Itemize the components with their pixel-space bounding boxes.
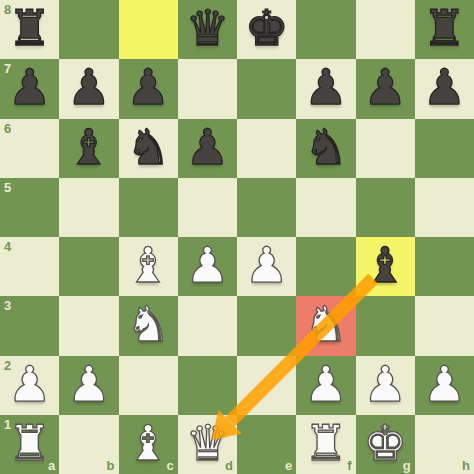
square-h4[interactable] (415, 237, 474, 296)
square-a2[interactable]: 2♟ (0, 356, 59, 415)
square-e3[interactable] (237, 296, 296, 355)
square-e1[interactable]: e (237, 415, 296, 474)
square-h3[interactable] (415, 296, 474, 355)
square-c5[interactable] (119, 178, 178, 237)
square-b1[interactable]: b (59, 415, 118, 474)
square-g7[interactable]: ♟ (356, 59, 415, 118)
square-c6[interactable]: ♞ (119, 119, 178, 178)
square-a3[interactable]: 3 (0, 296, 59, 355)
black-pawn-a7[interactable]: ♟ (8, 63, 52, 112)
white-knight-c3[interactable]: ♞ (126, 300, 170, 349)
square-d6[interactable]: ♟ (178, 119, 237, 178)
square-a5[interactable]: 5 (0, 178, 59, 237)
square-d1[interactable]: d♛ (178, 415, 237, 474)
square-a6[interactable]: 6 (0, 119, 59, 178)
square-f6[interactable]: ♞ (296, 119, 355, 178)
square-g5[interactable] (356, 178, 415, 237)
white-pawn-b2[interactable]: ♟ (67, 360, 111, 409)
square-g6[interactable] (356, 119, 415, 178)
white-pawn-g2[interactable]: ♟ (363, 360, 407, 409)
white-queen-d1[interactable]: ♛ (185, 419, 229, 468)
black-pawn-h7[interactable]: ♟ (422, 63, 466, 112)
black-rook-h8[interactable]: ♜ (422, 4, 466, 53)
white-bishop-c1[interactable]: ♝ (126, 419, 170, 468)
square-h2[interactable]: ♟ (415, 356, 474, 415)
square-e6[interactable] (237, 119, 296, 178)
white-pawn-f2[interactable]: ♟ (304, 360, 348, 409)
square-b5[interactable] (59, 178, 118, 237)
black-pawn-b7[interactable]: ♟ (67, 63, 111, 112)
square-c4[interactable]: ♝ (119, 237, 178, 296)
square-f4[interactable] (296, 237, 355, 296)
white-king-g1[interactable]: ♚ (363, 419, 407, 468)
square-g8[interactable] (356, 0, 415, 59)
square-g4[interactable]: ♝ (356, 237, 415, 296)
square-h6[interactable] (415, 119, 474, 178)
black-pawn-g7[interactable]: ♟ (363, 63, 407, 112)
square-e4[interactable]: ♟ (237, 237, 296, 296)
square-c2[interactable] (119, 356, 178, 415)
square-b2[interactable]: ♟ (59, 356, 118, 415)
square-d5[interactable] (178, 178, 237, 237)
white-pawn-h2[interactable]: ♟ (422, 360, 466, 409)
square-e2[interactable] (237, 356, 296, 415)
white-knight-f3[interactable]: ♞ (304, 300, 348, 349)
chess-board: 8♜♛♚♜7♟♟♟♟♟♟6♝♞♟♞54♝♟♟♝3♞♞2♟♟♟♟♟1a♜bc♝d♛… (0, 0, 474, 474)
square-f3[interactable]: ♞ (296, 296, 355, 355)
square-c8[interactable] (119, 0, 178, 59)
square-b4[interactable] (59, 237, 118, 296)
square-b7[interactable]: ♟ (59, 59, 118, 118)
file-label-b: b (107, 458, 115, 473)
black-pawn-d6[interactable]: ♟ (185, 123, 229, 172)
square-e7[interactable] (237, 59, 296, 118)
black-pawn-f7[interactable]: ♟ (304, 63, 348, 112)
square-b6[interactable]: ♝ (59, 119, 118, 178)
square-h7[interactable]: ♟ (415, 59, 474, 118)
white-pawn-d4[interactable]: ♟ (185, 241, 229, 290)
white-bishop-c4[interactable]: ♝ (126, 241, 170, 290)
square-f1[interactable]: f♜ (296, 415, 355, 474)
square-g3[interactable] (356, 296, 415, 355)
square-a8[interactable]: 8♜ (0, 0, 59, 59)
white-rook-a1[interactable]: ♜ (8, 419, 52, 468)
black-bishop-b6[interactable]: ♝ (67, 123, 111, 172)
black-bishop-g4[interactable]: ♝ (363, 241, 407, 290)
rank-label-3: 3 (4, 298, 11, 313)
square-e5[interactable] (237, 178, 296, 237)
rank-label-4: 4 (4, 239, 11, 254)
square-b3[interactable] (59, 296, 118, 355)
white-pawn-a2[interactable]: ♟ (8, 360, 52, 409)
square-d8[interactable]: ♛ (178, 0, 237, 59)
square-b8[interactable] (59, 0, 118, 59)
square-d2[interactable] (178, 356, 237, 415)
black-pawn-c7[interactable]: ♟ (126, 63, 170, 112)
square-c3[interactable]: ♞ (119, 296, 178, 355)
square-f8[interactable] (296, 0, 355, 59)
chess-app: 8♜♛♚♜7♟♟♟♟♟♟6♝♞♟♞54♝♟♟♝3♞♞2♟♟♟♟♟1a♜bc♝d♛… (0, 0, 474, 474)
square-e8[interactable]: ♚ (237, 0, 296, 59)
square-d7[interactable] (178, 59, 237, 118)
square-a1[interactable]: 1a♜ (0, 415, 59, 474)
square-g1[interactable]: g♚ (356, 415, 415, 474)
rank-label-6: 6 (4, 121, 11, 136)
black-rook-a8[interactable]: ♜ (8, 4, 52, 53)
square-d4[interactable]: ♟ (178, 237, 237, 296)
square-c1[interactable]: c♝ (119, 415, 178, 474)
square-f2[interactable]: ♟ (296, 356, 355, 415)
black-king-e8[interactable]: ♚ (245, 4, 289, 53)
black-knight-c6[interactable]: ♞ (126, 123, 170, 172)
square-a7[interactable]: 7♟ (0, 59, 59, 118)
file-label-e: e (285, 458, 292, 473)
square-h5[interactable] (415, 178, 474, 237)
file-label-h: h (462, 458, 470, 473)
square-f5[interactable] (296, 178, 355, 237)
square-d3[interactable] (178, 296, 237, 355)
square-a4[interactable]: 4 (0, 237, 59, 296)
white-rook-f1[interactable]: ♜ (304, 419, 348, 468)
square-g2[interactable]: ♟ (356, 356, 415, 415)
black-queen-d8[interactable]: ♛ (185, 4, 229, 53)
square-h1[interactable]: h (415, 415, 474, 474)
square-h8[interactable]: ♜ (415, 0, 474, 59)
white-pawn-e4[interactable]: ♟ (245, 241, 289, 290)
square-f7[interactable]: ♟ (296, 59, 355, 118)
rank-label-5: 5 (4, 180, 11, 195)
black-knight-f6[interactable]: ♞ (304, 123, 348, 172)
square-c7[interactable]: ♟ (119, 59, 178, 118)
